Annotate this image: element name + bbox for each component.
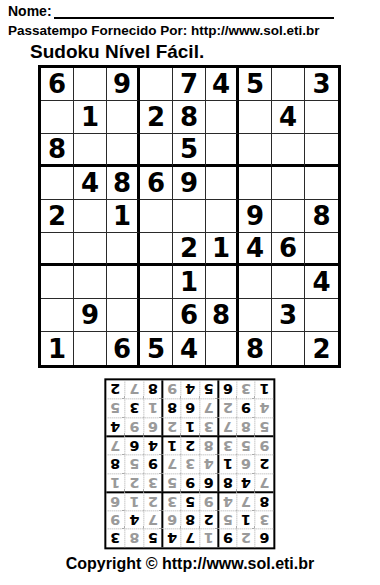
solution-cell-r3c8: 1 [125,492,144,511]
solution-cell-r9c7: 8 [144,380,163,399]
solution-cell-r7c9: 4 [106,417,125,436]
solution-cell-r5c8: 5 [125,454,144,473]
solution-cell-r9c5: 4 [181,380,200,399]
solution-cell-r7c2: 8 [236,417,255,436]
cell-r4c5: 9 [173,167,206,200]
cell-r2c4: 2 [140,101,173,134]
cell-r4c2: 4 [74,167,107,200]
cell-r8c5: 6 [173,299,206,332]
copyright: Copyright © http://www.sol.eti.br [0,555,380,573]
solution-cell-r4c2: 4 [236,473,255,492]
solution-cell-r2c4: 2 [199,510,218,529]
cell-r9c2[interactable] [74,332,107,365]
cell-r9c3: 6 [107,332,140,365]
solution-cell-r1c3: 9 [218,529,237,548]
cell-r1c9: 3 [305,68,338,101]
cell-r6c9[interactable] [305,233,338,266]
cell-r1c7: 5 [239,68,272,101]
solution-cell-r4c1: 7 [255,473,274,492]
solution-cell-r1c1: 6 [255,529,274,548]
solution-cell-r8c5: 6 [181,399,200,418]
cell-r9c9: 2 [305,332,338,365]
cell-r5c6[interactable] [206,200,239,233]
cell-r3c6[interactable] [206,134,239,167]
cell-r2c3[interactable] [107,101,140,134]
solution-cell-r5c7: 9 [144,454,163,473]
cell-r9c5: 4 [173,332,206,365]
solution-cell-r7c5: 1 [181,417,200,436]
cell-r2c9[interactable] [305,101,338,134]
solution-cell-r8c6: 8 [162,399,181,418]
solution-cell-r1c7: 5 [144,529,163,548]
cell-r4c9[interactable] [305,167,338,200]
cell-r5c8[interactable] [272,200,305,233]
solution-cell-r3c9: 6 [106,492,125,511]
cell-r5c7: 9 [239,200,272,233]
cell-r3c2[interactable] [74,134,107,167]
solution-cell-r7c1: 5 [255,417,274,436]
cell-r1c4[interactable] [140,68,173,101]
solution-cell-r6c9: 7 [106,436,125,455]
solution-cell-r8c1: 4 [255,399,274,418]
solution-cell-r4c4: 6 [199,473,218,492]
cell-r8c2: 9 [74,299,107,332]
name-row: Nome: [8,3,334,19]
cell-r3c4[interactable] [140,134,173,167]
solution-cell-r4c6: 5 [162,473,181,492]
solution-cell-r3c2: 7 [236,492,255,511]
cell-r6c2[interactable] [74,233,107,266]
solution-cell-r9c3: 6 [218,380,237,399]
cell-r5c2[interactable] [74,200,107,233]
solution-cell-r2c3: 5 [218,510,237,529]
cell-r2c8: 4 [272,101,305,134]
cell-r8c8: 3 [272,299,305,332]
solution-cell-r5c3: 1 [218,454,237,473]
cell-r6c4[interactable] [140,233,173,266]
solution-cell-r5c9: 8 [106,454,125,473]
cell-r3c8[interactable] [272,134,305,167]
solution-cell-r6c3: 3 [218,436,237,455]
cell-r9c4: 5 [140,332,173,365]
solution-cell-r9c1: 1 [255,380,274,399]
cell-r5c1: 2 [41,200,74,233]
solution-cell-r2c6: 6 [162,510,181,529]
cell-r3c3[interactable] [107,134,140,167]
cell-r2c1[interactable] [41,101,74,134]
cell-r6c6: 1 [206,233,239,266]
provider-line: Passatempo Fornecido Por: http://www.sol… [8,23,320,38]
solution-cell-r1c5: 7 [181,529,200,548]
cell-r7c3[interactable] [107,266,140,299]
cell-r4c8[interactable] [272,167,305,200]
solution-grid-rotated: 6291745833152867498749532167486953212614… [104,378,275,549]
solution-cell-r6c5: 2 [181,436,200,455]
solution-cell-r1c9: 3 [106,529,125,548]
solution-cell-r3c1: 8 [255,492,274,511]
solution-cell-r2c7: 7 [144,510,163,529]
solution-cell-r5c2: 6 [236,454,255,473]
name-blank-line[interactable] [54,4,334,19]
solution-cell-r6c4: 8 [199,436,218,455]
cell-r3c5: 5 [173,134,206,167]
cell-r1c2[interactable] [74,68,107,101]
cell-r2c5: 8 [173,101,206,134]
cell-r2c7[interactable] [239,101,272,134]
solution-area: 6291745833152867498749532167486953212614… [0,378,380,549]
solution-cell-r1c6: 4 [162,529,181,548]
cell-r4c6[interactable] [206,167,239,200]
cell-r7c4[interactable] [140,266,173,299]
solution-cell-r9c4: 5 [199,380,218,399]
cell-r6c8: 6 [272,233,305,266]
cell-r6c1[interactable] [41,233,74,266]
solution-cell-r7c7: 6 [144,417,163,436]
cell-r7c9: 4 [305,266,338,299]
cell-r4c1[interactable] [41,167,74,200]
solution-cell-r1c8: 8 [125,529,144,548]
solution-cell-r8c3: 2 [218,399,237,418]
cell-r8c1[interactable] [41,299,74,332]
solution-cell-r2c8: 4 [125,510,144,529]
solution-cell-r7c3: 7 [218,417,237,436]
cell-r8c6: 8 [206,299,239,332]
cell-r1c8[interactable] [272,68,305,101]
cell-r9c1: 1 [41,332,74,365]
solution-cell-r5c6: 7 [162,454,181,473]
solution-cell-r2c5: 8 [181,510,200,529]
solution-cell-r7c4: 3 [199,417,218,436]
solution-cell-r7c8: 9 [125,417,144,436]
solution-cell-r2c1: 3 [255,510,274,529]
solution-cell-r8c2: 9 [236,399,255,418]
solution-cell-r4c7: 3 [144,473,163,492]
cell-r8c3[interactable] [107,299,140,332]
cell-r8c7[interactable] [239,299,272,332]
cell-r8c9[interactable] [305,299,338,332]
cell-r9c7: 8 [239,332,272,365]
cell-r6c5: 2 [173,233,206,266]
solution-cell-r4c3: 8 [218,473,237,492]
solution-cell-r9c9: 2 [106,380,125,399]
cell-r7c1[interactable] [41,266,74,299]
solution-cell-r3c7: 2 [144,492,163,511]
solution-cell-r9c6: 9 [162,380,181,399]
cell-r9c6[interactable] [206,332,239,365]
cell-r7c5: 1 [173,266,206,299]
sudoku-grid: 697453128485486921982146149683165482 [38,65,341,368]
solution-cell-r2c2: 1 [236,510,255,529]
solution-cell-r6c8: 6 [125,436,144,455]
solution-cell-r1c4: 1 [199,529,218,548]
cell-r3c7[interactable] [239,134,272,167]
solution-cell-r3c5: 5 [181,492,200,511]
cell-r1c6: 4 [206,68,239,101]
cell-r4c7[interactable] [239,167,272,200]
solution-cell-r5c5: 3 [181,454,200,473]
cell-r7c2[interactable] [74,266,107,299]
cell-r2c6[interactable] [206,101,239,134]
solution-cell-r6c6: 1 [162,436,181,455]
cell-r6c7: 4 [239,233,272,266]
cell-r6c3[interactable] [107,233,140,266]
solution-cell-r8c8: 3 [125,399,144,418]
solution-cell-r6c1: 9 [255,436,274,455]
cell-r8c4[interactable] [140,299,173,332]
solution-cell-r7c6: 2 [162,417,181,436]
solution-cell-r6c2: 5 [236,436,255,455]
cell-r1c5: 7 [173,68,206,101]
cell-r7c6[interactable] [206,266,239,299]
solution-cell-r4c9: 1 [106,473,125,492]
cell-r2c2: 1 [74,101,107,134]
solution-cell-r3c3: 4 [218,492,237,511]
cell-r5c3: 1 [107,200,140,233]
cell-r3c1: 8 [41,134,74,167]
page-title: Sudoku Nível Fácil. [30,41,204,63]
solution-cell-r3c4: 9 [199,492,218,511]
cell-r4c4: 6 [140,167,173,200]
name-label: Nome: [8,3,52,19]
cell-r7c8[interactable] [272,266,305,299]
solution-cell-r9c2: 3 [236,380,255,399]
solution-cell-r5c1: 2 [255,454,274,473]
cell-r7c7[interactable] [239,266,272,299]
solution-cell-r1c2: 2 [236,529,255,548]
solution-cell-r4c5: 9 [181,473,200,492]
cell-r4c3: 8 [107,167,140,200]
solution-cell-r8c9: 5 [106,399,125,418]
cell-r5c5[interactable] [173,200,206,233]
solution-cell-r6c7: 4 [144,436,163,455]
solution-cell-r9c8: 7 [125,380,144,399]
cell-r1c3: 9 [107,68,140,101]
cell-r5c9: 8 [305,200,338,233]
cell-r3c9[interactable] [305,134,338,167]
solution-cell-r5c4: 4 [199,454,218,473]
cell-r9c8[interactable] [272,332,305,365]
cell-r1c1: 6 [41,68,74,101]
cell-r5c4[interactable] [140,200,173,233]
solution-cell-r3c6: 3 [162,492,181,511]
solution-cell-r2c9: 9 [106,510,125,529]
solution-cell-r8c4: 7 [199,399,218,418]
solution-cell-r4c8: 2 [125,473,144,492]
solution-cell-r8c7: 1 [144,399,163,418]
